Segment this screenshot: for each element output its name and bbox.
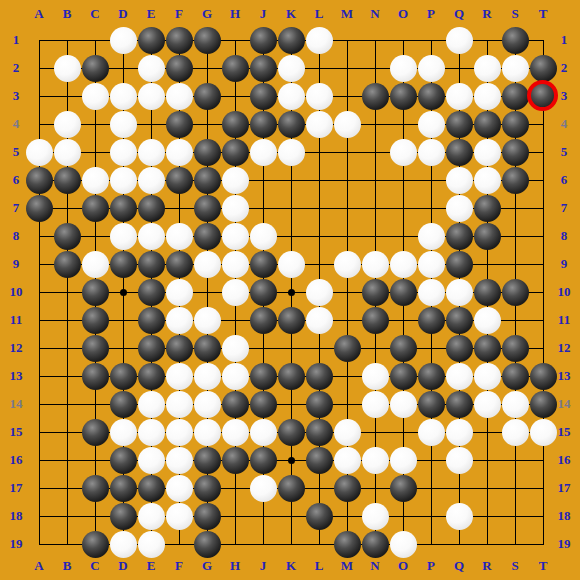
intersection-D15[interactable] xyxy=(109,418,137,446)
stone-black-Q12[interactable] xyxy=(446,335,473,362)
intersection-C10[interactable] xyxy=(81,278,109,306)
intersection-N12[interactable] xyxy=(361,334,389,362)
intersection-S3[interactable] xyxy=(501,82,529,110)
intersection-R11[interactable] xyxy=(473,306,501,334)
intersection-L17[interactable] xyxy=(305,474,333,502)
stone-white-M16[interactable] xyxy=(334,447,361,474)
intersection-F9[interactable] xyxy=(165,250,193,278)
intersection-K18[interactable] xyxy=(277,502,305,530)
intersection-D6[interactable] xyxy=(109,166,137,194)
stone-white-H10[interactable] xyxy=(222,279,249,306)
intersection-E9[interactable] xyxy=(137,250,165,278)
intersection-E2[interactable] xyxy=(137,54,165,82)
intersection-Q7[interactable] xyxy=(445,194,473,222)
intersection-P1[interactable] xyxy=(417,26,445,54)
stone-black-N10[interactable] xyxy=(362,279,389,306)
intersection-D7[interactable] xyxy=(109,194,137,222)
stone-white-H9[interactable] xyxy=(222,251,249,278)
intersection-D3[interactable] xyxy=(109,82,137,110)
intersection-H14[interactable] xyxy=(221,390,249,418)
stone-black-C12[interactable] xyxy=(82,335,109,362)
stone-black-S4[interactable] xyxy=(502,111,529,138)
intersection-G3[interactable] xyxy=(193,82,221,110)
intersection-R14[interactable] xyxy=(473,390,501,418)
intersection-G4[interactable] xyxy=(193,110,221,138)
stone-white-P15[interactable] xyxy=(418,419,445,446)
stone-white-D5[interactable] xyxy=(110,139,137,166)
stone-white-E3[interactable] xyxy=(138,83,165,110)
intersection-J2[interactable] xyxy=(249,54,277,82)
intersection-B18[interactable] xyxy=(53,502,81,530)
intersection-G9[interactable] xyxy=(193,250,221,278)
stone-black-J3[interactable] xyxy=(250,83,277,110)
intersection-O5[interactable] xyxy=(389,138,417,166)
stone-black-S6[interactable] xyxy=(502,167,529,194)
intersection-P7[interactable] xyxy=(417,194,445,222)
intersection-M3[interactable] xyxy=(333,82,361,110)
stone-white-K9[interactable] xyxy=(278,251,305,278)
stone-white-H6[interactable] xyxy=(222,167,249,194)
stone-white-K5[interactable] xyxy=(278,139,305,166)
intersection-L19[interactable] xyxy=(305,530,333,558)
stone-white-Q3[interactable] xyxy=(446,83,473,110)
intersection-O3[interactable] xyxy=(389,82,417,110)
stone-black-N11[interactable] xyxy=(362,307,389,334)
stone-black-S10[interactable] xyxy=(502,279,529,306)
intersection-O2[interactable] xyxy=(389,54,417,82)
intersection-F19[interactable] xyxy=(165,530,193,558)
intersection-K15[interactable] xyxy=(277,418,305,446)
intersection-T9[interactable] xyxy=(529,250,557,278)
stone-white-H13[interactable] xyxy=(222,363,249,390)
stone-white-B2[interactable] xyxy=(54,55,81,82)
stone-white-D6[interactable] xyxy=(110,167,137,194)
stone-white-B5[interactable] xyxy=(54,139,81,166)
intersection-C2[interactable] xyxy=(81,54,109,82)
intersection-A1[interactable] xyxy=(25,26,53,54)
intersection-T19[interactable] xyxy=(529,530,557,558)
stone-black-M19[interactable] xyxy=(334,531,361,558)
stone-black-S1[interactable] xyxy=(502,27,529,54)
intersection-T2[interactable] xyxy=(529,54,557,82)
intersection-B1[interactable] xyxy=(53,26,81,54)
intersection-N14[interactable] xyxy=(361,390,389,418)
intersection-J8[interactable] xyxy=(249,222,277,250)
intersection-R16[interactable] xyxy=(473,446,501,474)
intersection-O6[interactable] xyxy=(389,166,417,194)
stone-black-R8[interactable] xyxy=(474,223,501,250)
stone-black-C13[interactable] xyxy=(82,363,109,390)
intersection-P11[interactable] xyxy=(417,306,445,334)
intersection-C5[interactable] xyxy=(81,138,109,166)
stone-black-L16[interactable] xyxy=(306,447,333,474)
intersection-D19[interactable] xyxy=(109,530,137,558)
intersection-O9[interactable] xyxy=(389,250,417,278)
stone-white-L10[interactable] xyxy=(306,279,333,306)
intersection-E13[interactable] xyxy=(137,362,165,390)
intersection-N5[interactable] xyxy=(361,138,389,166)
intersection-N13[interactable] xyxy=(361,362,389,390)
intersection-P8[interactable] xyxy=(417,222,445,250)
stone-black-Q8[interactable] xyxy=(446,223,473,250)
stone-white-E5[interactable] xyxy=(138,139,165,166)
intersection-T12[interactable] xyxy=(529,334,557,362)
intersection-R15[interactable] xyxy=(473,418,501,446)
intersection-A15[interactable] xyxy=(25,418,53,446)
intersection-K17[interactable] xyxy=(277,474,305,502)
intersection-B15[interactable] xyxy=(53,418,81,446)
intersection-G17[interactable] xyxy=(193,474,221,502)
intersection-R10[interactable] xyxy=(473,278,501,306)
stone-white-P8[interactable] xyxy=(418,223,445,250)
intersection-T8[interactable] xyxy=(529,222,557,250)
intersection-A17[interactable] xyxy=(25,474,53,502)
intersection-O15[interactable] xyxy=(389,418,417,446)
stone-white-G13[interactable] xyxy=(194,363,221,390)
stone-white-O14[interactable] xyxy=(390,391,417,418)
stone-black-D16[interactable] xyxy=(110,447,137,474)
stone-black-C17[interactable] xyxy=(82,475,109,502)
stone-white-E8[interactable] xyxy=(138,223,165,250)
stone-white-L1[interactable] xyxy=(306,27,333,54)
intersection-D2[interactable] xyxy=(109,54,137,82)
intersection-T10[interactable] xyxy=(529,278,557,306)
stone-white-Q1[interactable] xyxy=(446,27,473,54)
stone-black-G18[interactable] xyxy=(194,503,221,530)
stone-black-C2[interactable] xyxy=(82,55,109,82)
intersection-F10[interactable] xyxy=(165,278,193,306)
intersection-M16[interactable] xyxy=(333,446,361,474)
stone-black-K15[interactable] xyxy=(278,419,305,446)
stone-white-F14[interactable] xyxy=(166,391,193,418)
intersection-Q13[interactable] xyxy=(445,362,473,390)
intersection-C4[interactable] xyxy=(81,110,109,138)
intersection-Q3[interactable] xyxy=(445,82,473,110)
stone-white-S2[interactable] xyxy=(502,55,529,82)
intersection-F7[interactable] xyxy=(165,194,193,222)
stone-black-Q14[interactable] xyxy=(446,391,473,418)
intersection-J17[interactable] xyxy=(249,474,277,502)
intersection-O11[interactable] xyxy=(389,306,417,334)
intersection-G16[interactable] xyxy=(193,446,221,474)
stone-black-E10[interactable] xyxy=(138,279,165,306)
intersection-M14[interactable] xyxy=(333,390,361,418)
stone-white-C9[interactable] xyxy=(82,251,109,278)
stone-black-E9[interactable] xyxy=(138,251,165,278)
stone-white-G14[interactable] xyxy=(194,391,221,418)
stone-white-F16[interactable] xyxy=(166,447,193,474)
stone-white-N18[interactable] xyxy=(362,503,389,530)
intersection-C3[interactable] xyxy=(81,82,109,110)
intersection-K11[interactable] xyxy=(277,306,305,334)
intersection-N3[interactable] xyxy=(361,82,389,110)
stone-black-D9[interactable] xyxy=(110,251,137,278)
intersection-S2[interactable] xyxy=(501,54,529,82)
intersection-L15[interactable] xyxy=(305,418,333,446)
stone-black-F12[interactable] xyxy=(166,335,193,362)
intersection-G6[interactable] xyxy=(193,166,221,194)
intersection-P3[interactable] xyxy=(417,82,445,110)
stone-white-N9[interactable] xyxy=(362,251,389,278)
stone-black-J2[interactable] xyxy=(250,55,277,82)
stone-white-G11[interactable] xyxy=(194,307,221,334)
intersection-J19[interactable] xyxy=(249,530,277,558)
intersection-M13[interactable] xyxy=(333,362,361,390)
intersection-G10[interactable] xyxy=(193,278,221,306)
intersection-K12[interactable] xyxy=(277,334,305,362)
intersection-S13[interactable] xyxy=(501,362,529,390)
intersection-F3[interactable] xyxy=(165,82,193,110)
intersection-H16[interactable] xyxy=(221,446,249,474)
intersection-S4[interactable] xyxy=(501,110,529,138)
intersection-L4[interactable] xyxy=(305,110,333,138)
intersection-L7[interactable] xyxy=(305,194,333,222)
stone-black-T2[interactable] xyxy=(530,55,557,82)
stone-white-Q10[interactable] xyxy=(446,279,473,306)
stone-black-B6[interactable] xyxy=(54,167,81,194)
intersection-B16[interactable] xyxy=(53,446,81,474)
intersection-C9[interactable] xyxy=(81,250,109,278)
stone-black-F4[interactable] xyxy=(166,111,193,138)
intersection-A16[interactable] xyxy=(25,446,53,474)
intersection-O8[interactable] xyxy=(389,222,417,250)
intersection-C8[interactable] xyxy=(81,222,109,250)
intersection-S5[interactable] xyxy=(501,138,529,166)
intersection-L1[interactable] xyxy=(305,26,333,54)
intersection-F18[interactable] xyxy=(165,502,193,530)
stone-white-H12[interactable] xyxy=(222,335,249,362)
stone-black-H4[interactable] xyxy=(222,111,249,138)
stone-black-M17[interactable] xyxy=(334,475,361,502)
intersection-E5[interactable] xyxy=(137,138,165,166)
intersection-B3[interactable] xyxy=(53,82,81,110)
intersection-T13[interactable] xyxy=(529,362,557,390)
intersection-S1[interactable] xyxy=(501,26,529,54)
stone-white-R3[interactable] xyxy=(474,83,501,110)
stone-black-J10[interactable] xyxy=(250,279,277,306)
stone-white-O19[interactable] xyxy=(390,531,417,558)
intersection-T18[interactable] xyxy=(529,502,557,530)
stone-black-E1[interactable] xyxy=(138,27,165,54)
stone-black-G16[interactable] xyxy=(194,447,221,474)
stone-black-G19[interactable] xyxy=(194,531,221,558)
intersection-M9[interactable] xyxy=(333,250,361,278)
intersection-N11[interactable] xyxy=(361,306,389,334)
intersection-M2[interactable] xyxy=(333,54,361,82)
intersection-G18[interactable] xyxy=(193,502,221,530)
intersection-E19[interactable] xyxy=(137,530,165,558)
intersection-O7[interactable] xyxy=(389,194,417,222)
stone-white-F17[interactable] xyxy=(166,475,193,502)
stone-white-F5[interactable] xyxy=(166,139,193,166)
stone-black-O3[interactable] xyxy=(390,83,417,110)
stone-white-P2[interactable] xyxy=(418,55,445,82)
stone-white-G9[interactable] xyxy=(194,251,221,278)
intersection-P16[interactable] xyxy=(417,446,445,474)
intersection-S8[interactable] xyxy=(501,222,529,250)
intersection-H10[interactable] xyxy=(221,278,249,306)
stone-black-O17[interactable] xyxy=(390,475,417,502)
intersection-B7[interactable] xyxy=(53,194,81,222)
stone-white-M9[interactable] xyxy=(334,251,361,278)
stone-white-P5[interactable] xyxy=(418,139,445,166)
intersection-A3[interactable] xyxy=(25,82,53,110)
intersection-M1[interactable] xyxy=(333,26,361,54)
intersection-D8[interactable] xyxy=(109,222,137,250)
stone-black-E7[interactable] xyxy=(138,195,165,222)
intersection-S11[interactable] xyxy=(501,306,529,334)
intersection-G19[interactable] xyxy=(193,530,221,558)
intersection-G13[interactable] xyxy=(193,362,221,390)
intersection-F6[interactable] xyxy=(165,166,193,194)
intersection-N16[interactable] xyxy=(361,446,389,474)
stone-black-H14[interactable] xyxy=(222,391,249,418)
intersection-N7[interactable] xyxy=(361,194,389,222)
intersection-E11[interactable] xyxy=(137,306,165,334)
stone-black-J1[interactable] xyxy=(250,27,277,54)
stone-black-A7[interactable] xyxy=(26,195,53,222)
intersection-Q4[interactable] xyxy=(445,110,473,138)
intersection-M5[interactable] xyxy=(333,138,361,166)
intersection-R3[interactable] xyxy=(473,82,501,110)
stone-white-E15[interactable] xyxy=(138,419,165,446)
intersection-K6[interactable] xyxy=(277,166,305,194)
intersection-H1[interactable] xyxy=(221,26,249,54)
stone-white-F15[interactable] xyxy=(166,419,193,446)
intersection-Q15[interactable] xyxy=(445,418,473,446)
intersection-O4[interactable] xyxy=(389,110,417,138)
stone-black-J16[interactable] xyxy=(250,447,277,474)
intersection-B8[interactable] xyxy=(53,222,81,250)
intersection-F13[interactable] xyxy=(165,362,193,390)
stone-white-K2[interactable] xyxy=(278,55,305,82)
stone-white-J15[interactable] xyxy=(250,419,277,446)
intersection-M11[interactable] xyxy=(333,306,361,334)
stone-black-H5[interactable] xyxy=(222,139,249,166)
stone-black-D14[interactable] xyxy=(110,391,137,418)
intersection-P18[interactable] xyxy=(417,502,445,530)
intersection-A11[interactable] xyxy=(25,306,53,334)
stone-black-B8[interactable] xyxy=(54,223,81,250)
stone-white-J5[interactable] xyxy=(250,139,277,166)
intersection-A8[interactable] xyxy=(25,222,53,250)
intersection-D9[interactable] xyxy=(109,250,137,278)
intersection-F4[interactable] xyxy=(165,110,193,138)
intersection-T14[interactable] xyxy=(529,390,557,418)
stone-white-O2[interactable] xyxy=(390,55,417,82)
stone-white-D4[interactable] xyxy=(110,111,137,138)
stone-white-E16[interactable] xyxy=(138,447,165,474)
intersection-K10[interactable] xyxy=(277,278,305,306)
intersection-C17[interactable] xyxy=(81,474,109,502)
intersection-H13[interactable] xyxy=(221,362,249,390)
stone-white-E2[interactable] xyxy=(138,55,165,82)
stone-white-B4[interactable] xyxy=(54,111,81,138)
intersection-G15[interactable] xyxy=(193,418,221,446)
intersection-F8[interactable] xyxy=(165,222,193,250)
intersection-S19[interactable] xyxy=(501,530,529,558)
stone-black-E11[interactable] xyxy=(138,307,165,334)
intersection-P14[interactable] xyxy=(417,390,445,418)
stone-black-S12[interactable] xyxy=(502,335,529,362)
stone-white-M15[interactable] xyxy=(334,419,361,446)
intersection-F11[interactable] xyxy=(165,306,193,334)
intersection-R4[interactable] xyxy=(473,110,501,138)
intersection-Q12[interactable] xyxy=(445,334,473,362)
intersection-N8[interactable] xyxy=(361,222,389,250)
stone-black-T14[interactable] xyxy=(530,391,557,418)
intersection-R1[interactable] xyxy=(473,26,501,54)
stone-black-L14[interactable] xyxy=(306,391,333,418)
intersection-E4[interactable] xyxy=(137,110,165,138)
stone-white-R5[interactable] xyxy=(474,139,501,166)
intersection-B17[interactable] xyxy=(53,474,81,502)
stone-white-O5[interactable] xyxy=(390,139,417,166)
intersection-C11[interactable] xyxy=(81,306,109,334)
intersection-F15[interactable] xyxy=(165,418,193,446)
stone-white-K3[interactable] xyxy=(278,83,305,110)
stone-white-P4[interactable] xyxy=(418,111,445,138)
intersection-M10[interactable] xyxy=(333,278,361,306)
stone-black-M12[interactable] xyxy=(334,335,361,362)
stone-black-P13[interactable] xyxy=(418,363,445,390)
intersection-M8[interactable] xyxy=(333,222,361,250)
intersection-C16[interactable] xyxy=(81,446,109,474)
intersection-L14[interactable] xyxy=(305,390,333,418)
intersection-P12[interactable] xyxy=(417,334,445,362)
intersection-T11[interactable] xyxy=(529,306,557,334)
stone-white-A5[interactable] xyxy=(26,139,53,166)
intersection-S12[interactable] xyxy=(501,334,529,362)
intersection-N15[interactable] xyxy=(361,418,389,446)
intersection-A7[interactable] xyxy=(25,194,53,222)
intersection-T7[interactable] xyxy=(529,194,557,222)
intersection-S7[interactable] xyxy=(501,194,529,222)
stone-white-J8[interactable] xyxy=(250,223,277,250)
intersection-S17[interactable] xyxy=(501,474,529,502)
intersection-D10[interactable] xyxy=(109,278,137,306)
intersection-Q11[interactable] xyxy=(445,306,473,334)
intersection-F16[interactable] xyxy=(165,446,193,474)
stone-white-F8[interactable] xyxy=(166,223,193,250)
intersection-D12[interactable] xyxy=(109,334,137,362)
intersection-S9[interactable] xyxy=(501,250,529,278)
stone-white-R2[interactable] xyxy=(474,55,501,82)
intersection-D13[interactable] xyxy=(109,362,137,390)
intersection-K14[interactable] xyxy=(277,390,305,418)
stone-black-G8[interactable] xyxy=(194,223,221,250)
intersection-P5[interactable] xyxy=(417,138,445,166)
intersection-C19[interactable] xyxy=(81,530,109,558)
intersection-T4[interactable] xyxy=(529,110,557,138)
intersection-E12[interactable] xyxy=(137,334,165,362)
intersection-K1[interactable] xyxy=(277,26,305,54)
intersection-N18[interactable] xyxy=(361,502,389,530)
intersection-L5[interactable] xyxy=(305,138,333,166)
intersection-Q16[interactable] xyxy=(445,446,473,474)
stone-black-R4[interactable] xyxy=(474,111,501,138)
intersection-K2[interactable] xyxy=(277,54,305,82)
intersection-N4[interactable] xyxy=(361,110,389,138)
stone-white-L11[interactable] xyxy=(306,307,333,334)
stone-black-C19[interactable] xyxy=(82,531,109,558)
stone-black-F9[interactable] xyxy=(166,251,193,278)
stone-black-D13[interactable] xyxy=(110,363,137,390)
stone-white-E14[interactable] xyxy=(138,391,165,418)
stone-white-F10[interactable] xyxy=(166,279,193,306)
stone-black-S13[interactable] xyxy=(502,363,529,390)
stone-black-L18[interactable] xyxy=(306,503,333,530)
